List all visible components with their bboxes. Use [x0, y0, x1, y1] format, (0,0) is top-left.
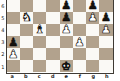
- square-h4[interactable]: ♟: [99, 24, 112, 36]
- square-a6[interactable]: [7, 0, 20, 12]
- square-d2[interactable]: [46, 48, 59, 60]
- square-b5[interactable]: ♞: [20, 12, 33, 24]
- square-f1[interactable]: [73, 60, 86, 72]
- file-label-c: c: [33, 74, 47, 81]
- white-bishop: ♝: [34, 24, 44, 36]
- square-h1[interactable]: [99, 60, 112, 72]
- square-b2[interactable]: [20, 48, 33, 60]
- square-f3[interactable]: ♟: [73, 36, 86, 48]
- square-b1[interactable]: [20, 60, 33, 72]
- file-label-a: a: [6, 74, 20, 81]
- file-label-h: h: [100, 74, 114, 81]
- square-f6[interactable]: [73, 0, 86, 12]
- chess-board-screenshot: 6 5 4 3 2 1 ♟ ♟ ♞ ♟ ♟ ♟ ♝ ♟ ♟ ♟: [0, 0, 120, 80]
- square-c4[interactable]: ♝: [33, 24, 46, 36]
- white-pawn: ♟: [74, 36, 84, 48]
- square-e1[interactable]: ♚: [60, 60, 73, 72]
- square-d5[interactable]: [46, 12, 59, 24]
- white-pawn: ♟: [87, 12, 97, 24]
- white-pawn: ♟: [101, 24, 111, 36]
- square-c6[interactable]: [33, 0, 46, 12]
- white-pawn: ♟: [61, 24, 71, 36]
- square-a1[interactable]: [7, 60, 20, 72]
- square-g5[interactable]: ♟: [86, 12, 99, 24]
- square-g4[interactable]: [86, 24, 99, 36]
- square-e4[interactable]: ♟: [60, 24, 73, 36]
- file-label-f: f: [73, 74, 87, 81]
- square-h2[interactable]: [99, 48, 112, 60]
- square-f2[interactable]: [73, 48, 86, 60]
- white-king: ♚: [61, 60, 71, 72]
- square-b3[interactable]: [20, 36, 33, 48]
- square-d6[interactable]: [46, 0, 59, 12]
- square-d4[interactable]: [46, 24, 59, 36]
- square-c3[interactable]: [33, 36, 46, 48]
- square-h3[interactable]: [99, 36, 112, 48]
- file-labels: a b c d e f g h: [6, 74, 114, 81]
- file-label-e: e: [60, 74, 74, 81]
- square-a2[interactable]: ♟: [7, 48, 20, 60]
- square-b4[interactable]: [20, 24, 33, 36]
- white-pawn: ♟: [8, 48, 18, 60]
- square-a5[interactable]: [7, 12, 20, 24]
- white-knight: ♞: [21, 12, 31, 24]
- square-c1[interactable]: [33, 60, 46, 72]
- square-g3[interactable]: [86, 36, 99, 48]
- square-c2[interactable]: [33, 48, 46, 60]
- file-label-d: d: [46, 74, 60, 81]
- square-g2[interactable]: [86, 48, 99, 60]
- file-label-b: b: [19, 74, 33, 81]
- square-d3[interactable]: [46, 36, 59, 48]
- chess-board: ♟ ♟ ♞ ♟ ♟ ♟ ♝ ♟ ♟ ♟ ♟ ♟: [6, 0, 114, 74]
- square-g1[interactable]: [86, 60, 99, 72]
- square-f5[interactable]: [73, 12, 86, 24]
- square-e3[interactable]: [60, 36, 73, 48]
- square-d1[interactable]: [46, 60, 59, 72]
- file-label-g: g: [87, 74, 101, 81]
